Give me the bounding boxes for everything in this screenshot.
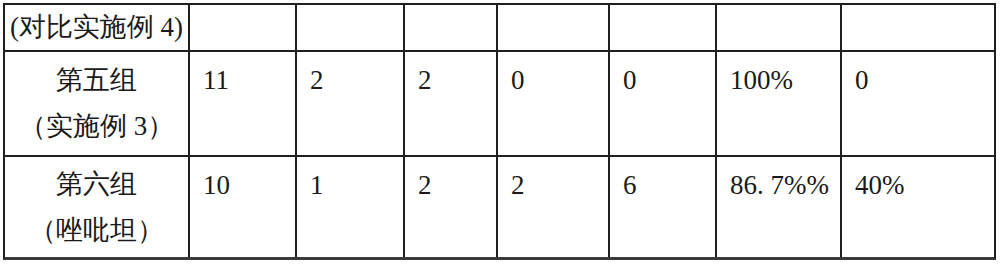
data-cell-r2c2: 2 [297, 52, 405, 157]
data-cell-r1c5 [610, 5, 717, 52]
data-cell-r3c2: 1 [297, 157, 405, 257]
cell-value: 100% [730, 65, 793, 95]
page: (对比实施例 4) 第五组 （实施例 3） 11 2 2 0 0 100% 0 … [0, 0, 1000, 266]
data-cell-r2c7: 0 [842, 52, 994, 157]
data-cell-r3c7: 40% [842, 157, 994, 257]
cell-value: 40% [855, 170, 905, 200]
data-cell-r1c7 [842, 5, 994, 52]
cell-value: 6 [623, 170, 637, 200]
data-cell-r1c6 [717, 5, 842, 52]
cell-value: 0 [511, 65, 525, 95]
group-label-cell-row2: 第五组 （实施例 3） [5, 52, 190, 157]
group-label-line: （实施例 3） [19, 110, 174, 143]
data-cell-r2c4: 0 [498, 52, 610, 157]
cell-value: 86. 7%% [730, 170, 829, 200]
cell-value: 2 [511, 170, 525, 200]
data-cell-r3c5: 6 [610, 157, 717, 257]
cell-value: 2 [418, 65, 432, 95]
data-cell-r3c1: 10 [190, 157, 297, 257]
data-cell-r2c6: 100% [717, 52, 842, 157]
data-cell-r2c5: 0 [610, 52, 717, 157]
cell-value: 10 [203, 170, 230, 200]
cell-value: 2 [418, 170, 432, 200]
data-cell-r3c3: 2 [405, 157, 498, 257]
data-cell-r1c3 [405, 5, 498, 52]
group-label-cell-row3: 第六组 （唑吡坦） [5, 157, 190, 257]
data-cell-r1c1 [190, 5, 297, 52]
group-label-line: （唑吡坦） [29, 214, 164, 247]
data-cell-r1c4 [498, 5, 610, 52]
group-label-line: (对比实施例 4) [10, 11, 183, 44]
data-cell-r3c4: 2 [498, 157, 610, 257]
cell-value: 1 [310, 170, 324, 200]
cell-value: 0 [623, 65, 637, 95]
group-label-line: 第五组 [56, 64, 137, 97]
results-table: (对比实施例 4) 第五组 （实施例 3） 11 2 2 0 0 100% 0 … [3, 3, 996, 260]
data-cell-r2c3: 2 [405, 52, 498, 157]
group-label-line: 第六组 [56, 168, 137, 201]
data-cell-r3c6: 86. 7%% [717, 157, 842, 257]
group-label-cell-row1: (对比实施例 4) [5, 5, 190, 52]
cell-value: 0 [855, 65, 869, 95]
data-cell-r2c1: 11 [190, 52, 297, 157]
cell-value: 2 [310, 65, 324, 95]
data-cell-r1c2 [297, 5, 405, 52]
cell-value: 11 [203, 65, 229, 95]
